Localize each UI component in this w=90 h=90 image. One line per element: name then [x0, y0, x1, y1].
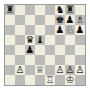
square-e1[interactable]: ♖	[45, 75, 55, 85]
square-c2[interactable]	[25, 65, 35, 75]
square-d8[interactable]	[35, 5, 45, 15]
square-b8[interactable]	[15, 5, 25, 15]
square-d1[interactable]	[35, 75, 45, 85]
square-a4[interactable]	[5, 45, 15, 55]
square-a3[interactable]	[5, 55, 15, 65]
square-c4[interactable]: ♟	[25, 45, 35, 55]
square-e7[interactable]	[45, 15, 55, 25]
square-d2[interactable]: ♕	[35, 65, 45, 75]
square-a6[interactable]	[5, 25, 15, 35]
square-b2[interactable]: ♙	[15, 65, 25, 75]
square-f5[interactable]	[55, 35, 65, 45]
piece-black-pawn[interactable]: ♟	[75, 25, 85, 35]
square-b5[interactable]	[15, 35, 25, 45]
piece-white-pawn[interactable]: ♙	[55, 65, 65, 75]
square-d5[interactable]: ♝	[35, 35, 45, 45]
piece-white-pawn[interactable]: ♙	[15, 65, 25, 75]
square-c3[interactable]	[25, 55, 35, 65]
square-c1[interactable]	[25, 75, 35, 85]
square-h2[interactable]: ♙	[75, 65, 85, 75]
square-d7[interactable]	[35, 15, 45, 25]
square-h1[interactable]	[75, 75, 85, 85]
square-b6[interactable]	[15, 25, 25, 35]
piece-white-queen[interactable]: ♕	[35, 65, 45, 75]
piece-black-bishop[interactable]: ♝	[35, 35, 45, 45]
square-h6[interactable]: ♟	[75, 25, 85, 35]
piece-black-pawn[interactable]: ♟	[55, 25, 65, 35]
square-e5[interactable]	[45, 35, 55, 45]
square-g4[interactable]	[65, 45, 75, 55]
square-e6[interactable]	[45, 25, 55, 35]
chessboard-frame: ♜♞♜♚♟♗♟♘♟♛♝♟♙♕♙♙♙♖♔	[4, 4, 86, 86]
piece-white-knight[interactable]: ♘	[65, 25, 75, 35]
square-f2[interactable]: ♙	[55, 65, 65, 75]
square-a7[interactable]	[5, 15, 15, 25]
piece-white-pawn[interactable]: ♙	[75, 65, 85, 75]
square-a1[interactable]	[5, 75, 15, 85]
square-h5[interactable]	[75, 35, 85, 45]
square-c8[interactable]	[25, 5, 35, 15]
square-b1[interactable]	[15, 75, 25, 85]
piece-black-rook[interactable]: ♜	[5, 5, 15, 15]
square-b4[interactable]	[15, 45, 25, 55]
square-c7[interactable]	[25, 15, 35, 25]
square-e3[interactable]	[45, 55, 55, 65]
square-h4[interactable]	[75, 45, 85, 55]
piece-black-pawn[interactable]: ♟	[25, 45, 35, 55]
square-a5[interactable]	[5, 35, 15, 45]
square-d4[interactable]	[35, 45, 45, 55]
square-g1[interactable]: ♔	[65, 75, 75, 85]
square-f4[interactable]	[55, 45, 65, 55]
square-f6[interactable]: ♟	[55, 25, 65, 35]
square-g5[interactable]	[65, 35, 75, 45]
piece-white-king[interactable]: ♔	[65, 75, 75, 85]
square-e4[interactable]	[45, 45, 55, 55]
square-f1[interactable]	[55, 75, 65, 85]
square-a2[interactable]	[5, 65, 15, 75]
chessboard: ♜♞♜♚♟♗♟♘♟♛♝♟♙♕♙♙♙♖♔	[5, 5, 85, 85]
square-g6[interactable]: ♘	[65, 25, 75, 35]
square-a8[interactable]: ♜	[5, 5, 15, 15]
square-b7[interactable]	[15, 15, 25, 25]
square-e8[interactable]	[45, 5, 55, 15]
piece-white-rook[interactable]: ♖	[45, 75, 55, 85]
